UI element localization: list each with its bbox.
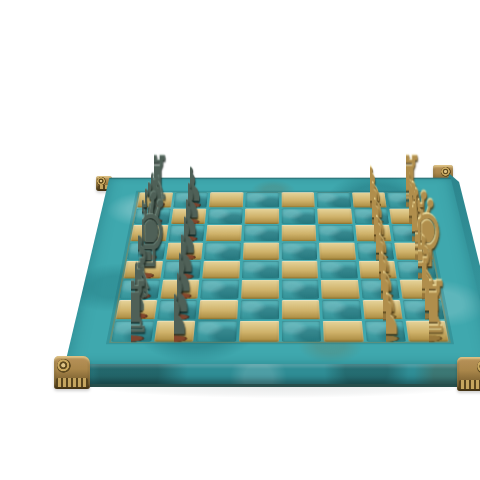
square-g6[interactable] (198, 300, 238, 320)
square-a3[interactable] (317, 192, 351, 207)
square-b5[interactable] (244, 208, 278, 224)
square-d6[interactable] (204, 243, 241, 260)
square-e3[interactable] (320, 261, 358, 279)
square-h8[interactable]: ♜ (111, 321, 154, 342)
black-pawn-glyph: ♟ (158, 290, 190, 340)
white-rook-glyph: ♜ (408, 276, 449, 340)
board-front-edge (64, 364, 480, 387)
square-f5[interactable] (241, 280, 279, 299)
white-pawn-glyph: ♟ (370, 290, 402, 340)
square-e4[interactable] (281, 261, 318, 279)
square-b3[interactable] (317, 208, 352, 224)
square-h7[interactable]: ♟ (154, 321, 196, 342)
square-a6[interactable] (209, 192, 243, 207)
board-foot-front-right (457, 357, 480, 391)
square-d4[interactable] (281, 243, 317, 260)
square-h3[interactable] (323, 321, 364, 342)
square-c3[interactable] (318, 225, 354, 241)
square-g3[interactable] (322, 300, 362, 320)
square-c5[interactable] (244, 225, 279, 241)
board-foot-front-left (54, 356, 90, 389)
square-g4[interactable] (281, 300, 320, 320)
square-c6[interactable] (206, 225, 242, 241)
square-c4[interactable] (281, 225, 316, 241)
square-f6[interactable] (200, 280, 239, 299)
square-d5[interactable] (243, 243, 279, 260)
chess-set-photo: Luxury metal chess set photographed from… (40, 16, 480, 480)
black-rook-glyph: ♜ (111, 276, 152, 340)
square-f3[interactable] (321, 280, 360, 299)
square-d3[interactable] (319, 243, 356, 260)
square-a5[interactable] (245, 192, 279, 207)
square-b4[interactable] (281, 208, 315, 224)
square-h5[interactable] (239, 321, 279, 342)
square-g5[interactable] (240, 300, 279, 320)
square-h4[interactable] (281, 321, 321, 342)
square-b6[interactable] (208, 208, 243, 224)
square-e5[interactable] (242, 261, 279, 279)
square-f4[interactable] (281, 280, 319, 299)
board-grid: ♜♟♟♜♞♟♟♞♝♟♟♝♛♟♟♛♚♟♟♚♝♟♟♝♞♟♟♞♜♟♟♜ (111, 192, 448, 341)
square-e6[interactable] (202, 261, 240, 279)
chess-board: ♜♟♟♜♞♟♟♞♝♟♟♝♛♟♟♛♚♟♟♚♝♟♟♝♞♟♟♞♜♟♟♜ (65, 178, 480, 364)
square-h2[interactable]: ♟ (365, 321, 407, 342)
square-a4[interactable] (281, 192, 315, 207)
square-h6[interactable] (196, 321, 237, 342)
square-h1[interactable]: ♜ (406, 321, 449, 342)
